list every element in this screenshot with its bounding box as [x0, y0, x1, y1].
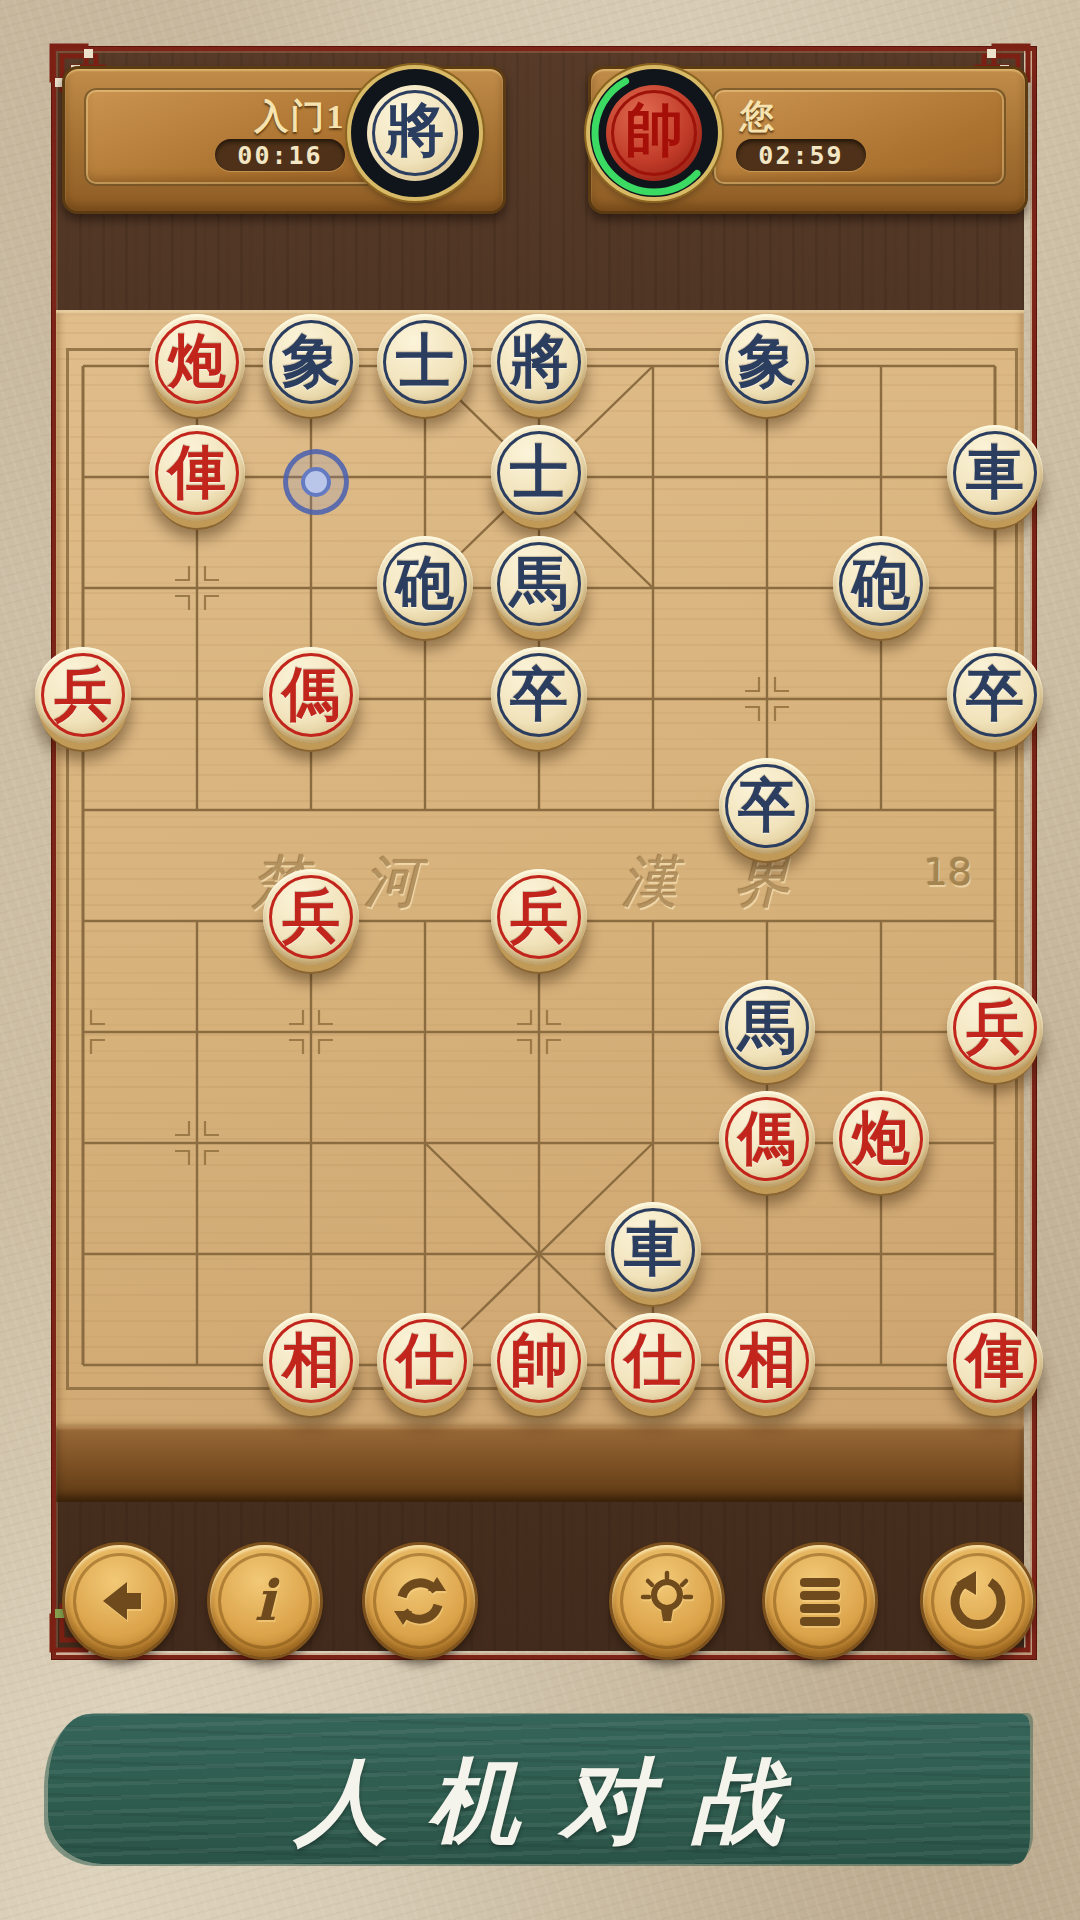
piece-black-馬[interactable]: 馬 [719, 980, 815, 1076]
restart-button[interactable] [365, 1545, 475, 1657]
piece-red-兵[interactable]: 兵 [947, 980, 1043, 1076]
lightbulb-icon [635, 1569, 699, 1633]
piece-glyph: 士 [396, 333, 454, 391]
piece-black-卒[interactable]: 卒 [719, 758, 815, 854]
piece-black-士[interactable]: 士 [491, 425, 587, 521]
back-button[interactable] [65, 1545, 175, 1657]
piece-glyph: 仕 [396, 1332, 454, 1390]
last-move-marker [283, 449, 349, 515]
piece-red-炮[interactable]: 炮 [833, 1091, 929, 1187]
piece-glyph: 俥 [966, 1332, 1024, 1390]
river-text-right: 漢界 [622, 845, 846, 921]
piece-black-砲[interactable]: 砲 [377, 536, 473, 632]
piece-glyph: 卒 [510, 666, 568, 724]
piece-red-俥[interactable]: 俥 [149, 425, 245, 521]
undo-arrow-icon [946, 1569, 1010, 1633]
piece-glyph: 將 [510, 333, 568, 391]
piece-red-傌[interactable]: 傌 [263, 647, 359, 743]
piece-glyph: 相 [282, 1332, 340, 1390]
piece-glyph: 兵 [510, 888, 568, 946]
piece-black-象[interactable]: 象 [719, 314, 815, 410]
piece-red-傌[interactable]: 傌 [719, 1091, 815, 1187]
piece-black-卒[interactable]: 卒 [491, 647, 587, 743]
mode-title: 人机对战 [0, 1740, 1080, 1864]
piece-glyph: 俥 [168, 444, 226, 502]
piece-glyph: 傌 [282, 666, 340, 724]
piece-black-砲[interactable]: 砲 [833, 536, 929, 632]
menu-button[interactable] [765, 1545, 875, 1657]
hint-button[interactable] [612, 1545, 722, 1657]
piece-glyph: 卒 [966, 666, 1024, 724]
piece-glyph: 砲 [852, 555, 910, 613]
piece-glyph: 炮 [168, 333, 226, 391]
piece-glyph: 仕 [624, 1332, 682, 1390]
cycle-arrows-icon [388, 1569, 452, 1633]
move-number: 18 [908, 850, 988, 894]
piece-black-馬[interactable]: 馬 [491, 536, 587, 632]
piece-glyph: 車 [624, 1221, 682, 1279]
piece-glyph: 士 [510, 444, 568, 502]
piece-glyph: 砲 [396, 555, 454, 613]
piece-black-車[interactable]: 車 [605, 1202, 701, 1298]
piece-glyph: 相 [738, 1332, 796, 1390]
piece-glyph: 炮 [852, 1110, 910, 1168]
back-arrow-icon [89, 1570, 151, 1632]
marker-dot [301, 467, 331, 497]
info-icon: i [234, 1570, 296, 1632]
piece-red-兵[interactable]: 兵 [35, 647, 131, 743]
undo-button[interactable] [923, 1545, 1033, 1657]
piece-glyph: 傌 [738, 1110, 796, 1168]
svg-text:i: i [254, 1570, 280, 1632]
piece-black-士[interactable]: 士 [377, 314, 473, 410]
piece-black-將[interactable]: 將 [491, 314, 587, 410]
piece-red-兵[interactable]: 兵 [491, 869, 587, 965]
piece-glyph: 卒 [738, 777, 796, 835]
piece-red-仕[interactable]: 仕 [605, 1313, 701, 1409]
piece-glyph: 兵 [282, 888, 340, 946]
piece-black-象[interactable]: 象 [263, 314, 359, 410]
piece-red-相[interactable]: 相 [263, 1313, 359, 1409]
piece-red-帥[interactable]: 帥 [491, 1313, 587, 1409]
piece-red-俥[interactable]: 俥 [947, 1313, 1043, 1409]
piece-glyph: 帥 [510, 1332, 568, 1390]
piece-glyph: 象 [738, 333, 796, 391]
piece-red-仕[interactable]: 仕 [377, 1313, 473, 1409]
piece-glyph: 象 [282, 333, 340, 391]
menu-lines-icon [790, 1570, 850, 1632]
piece-black-車[interactable]: 車 [947, 425, 1043, 521]
piece-glyph: 兵 [966, 999, 1024, 1057]
piece-glyph: 馬 [738, 999, 796, 1057]
piece-red-炮[interactable]: 炮 [149, 314, 245, 410]
piece-red-兵[interactable]: 兵 [263, 869, 359, 965]
info-button[interactable]: i [210, 1545, 320, 1657]
piece-red-相[interactable]: 相 [719, 1313, 815, 1409]
piece-glyph: 兵 [54, 666, 112, 724]
piece-glyph: 馬 [510, 555, 568, 613]
piece-black-卒[interactable]: 卒 [947, 647, 1043, 743]
piece-glyph: 車 [966, 444, 1024, 502]
